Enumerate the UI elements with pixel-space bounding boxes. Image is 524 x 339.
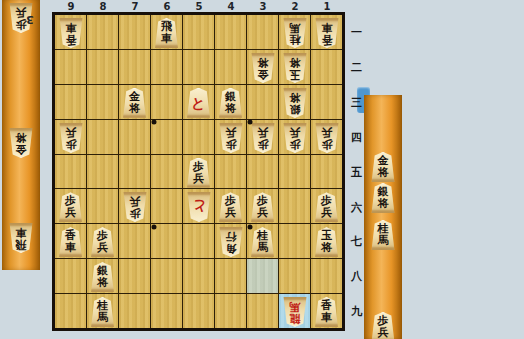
square-6三[interactable] <box>151 85 182 119</box>
piece-gote-歩兵[interactable]: 歩兵 <box>58 123 84 153</box>
square-3三[interactable] <box>247 85 278 119</box>
square-1七[interactable]: 玉将 <box>311 224 342 258</box>
square-9七[interactable]: 香車 <box>55 224 86 258</box>
square-3九[interactable] <box>247 294 278 328</box>
square-5二[interactable] <box>183 50 214 84</box>
square-5九[interactable] <box>183 294 214 328</box>
piece-sente-歩兵[interactable]: 歩兵 <box>90 227 116 257</box>
square-6八[interactable] <box>151 259 182 293</box>
square-6六[interactable] <box>151 189 182 223</box>
square-4二[interactable] <box>215 50 246 84</box>
square-2二[interactable]: 玉将 <box>279 50 310 84</box>
square-9三[interactable] <box>55 85 86 119</box>
piece-gote-と[interactable]: と <box>186 192 212 222</box>
square-7五[interactable] <box>119 155 150 189</box>
square-4三[interactable]: 銀将 <box>215 85 246 119</box>
sente-captured-stand: 金将銀将桂馬歩兵 <box>364 95 402 339</box>
rank-label-七: 七 <box>351 234 362 249</box>
square-7四[interactable] <box>119 120 150 154</box>
square-1八[interactable] <box>311 259 342 293</box>
star-point <box>247 224 252 229</box>
square-5三[interactable]: と <box>183 85 214 119</box>
star-point <box>151 224 156 229</box>
piece-sente-歩兵[interactable]: 歩兵 <box>58 192 84 222</box>
piece-sente-歩兵[interactable]: 歩兵 <box>218 192 244 222</box>
file-label-9: 9 <box>68 1 75 12</box>
square-4六[interactable]: 歩兵 <box>215 189 246 223</box>
square-7八[interactable] <box>119 259 150 293</box>
piece-sente-歩兵[interactable]: 歩兵 <box>370 312 396 339</box>
square-3八[interactable] <box>247 259 278 293</box>
rank-label-八: 八 <box>351 269 362 284</box>
square-4四[interactable]: 歩兵 <box>215 120 246 154</box>
square-6五[interactable] <box>151 155 182 189</box>
square-8八[interactable]: 銀将 <box>87 259 118 293</box>
piece-gote-角行[interactable]: 角行 <box>218 227 244 257</box>
square-4五[interactable] <box>215 155 246 189</box>
square-5六[interactable]: と <box>183 189 214 223</box>
piece-sente-銀将[interactable]: 銀将 <box>90 262 116 292</box>
square-2八[interactable] <box>279 259 310 293</box>
square-8二[interactable] <box>87 50 118 84</box>
piece-sente-玉将[interactable]: 玉将 <box>314 227 340 257</box>
square-9九[interactable] <box>55 294 86 328</box>
square-2三[interactable]: 銀将 <box>279 85 310 119</box>
piece-sente-金将[interactable]: 金将 <box>122 88 148 118</box>
square-2六[interactable] <box>279 189 310 223</box>
rank-label-一: 一 <box>351 25 362 40</box>
piece-gote-歩兵[interactable]: 歩兵 <box>282 123 308 153</box>
piece-sente-と[interactable]: と <box>186 88 212 118</box>
square-7三[interactable]: 金将 <box>119 85 150 119</box>
piece-gote-金将[interactable]: 金将 <box>250 53 276 83</box>
piece-sente-歩兵[interactable]: 歩兵 <box>186 158 212 188</box>
square-3一[interactable] <box>247 15 278 49</box>
square-2九[interactable]: 龍馬 <box>279 294 310 328</box>
square-8六[interactable] <box>87 189 118 223</box>
star-point <box>151 120 156 125</box>
square-6一[interactable]: 飛車 <box>151 15 182 49</box>
piece-gote-金将[interactable]: 金将 <box>8 128 34 158</box>
square-6七[interactable] <box>151 224 182 258</box>
square-7一[interactable] <box>119 15 150 49</box>
square-1二[interactable] <box>311 50 342 84</box>
square-9八[interactable] <box>55 259 86 293</box>
gote-captured-stand: 歩兵3金将飛車 <box>2 0 40 270</box>
file-label-8: 8 <box>100 1 107 12</box>
piece-gote-香車[interactable]: 香車 <box>314 18 340 48</box>
square-1六[interactable]: 歩兵 <box>311 189 342 223</box>
rank-label-六: 六 <box>351 199 362 214</box>
square-7七[interactable] <box>119 224 150 258</box>
square-4九[interactable] <box>215 294 246 328</box>
hand-count: 3 <box>26 13 34 26</box>
piece-sente-香車[interactable]: 香車 <box>314 297 340 327</box>
file-label-7: 7 <box>132 1 139 12</box>
file-label-4: 4 <box>228 1 235 12</box>
square-9六[interactable]: 歩兵 <box>55 189 86 223</box>
square-5四[interactable] <box>183 120 214 154</box>
board-grid: 香車飛車桂馬香車金将玉将金将と銀将銀将歩兵歩兵歩兵歩兵歩兵歩兵歩兵歩兵と歩兵歩兵… <box>55 15 342 328</box>
rank-label-四: 四 <box>351 129 362 144</box>
file-label-2: 2 <box>292 1 299 12</box>
square-3五[interactable] <box>247 155 278 189</box>
square-5一[interactable] <box>183 15 214 49</box>
piece-gote-歩兵[interactable]: 歩兵 <box>122 192 148 222</box>
piece-gote-歩兵[interactable]: 歩兵 <box>218 123 244 153</box>
rank-label-二: 二 <box>351 59 362 74</box>
square-6二[interactable] <box>151 50 182 84</box>
piece-sente-歩兵[interactable]: 歩兵 <box>250 192 276 222</box>
square-1五[interactable] <box>311 155 342 189</box>
piece-sente-金将[interactable]: 金将 <box>370 152 396 182</box>
square-1九[interactable]: 香車 <box>311 294 342 328</box>
square-2四[interactable]: 歩兵 <box>279 120 310 154</box>
square-9一[interactable]: 香車 <box>55 15 86 49</box>
file-label-1: 1 <box>324 1 331 12</box>
square-4七[interactable]: 角行 <box>215 224 246 258</box>
square-3二[interactable]: 金将 <box>247 50 278 84</box>
star-point <box>247 120 252 125</box>
piece-sente-歩兵[interactable]: 歩兵 <box>314 192 340 222</box>
square-5五[interactable]: 歩兵 <box>183 155 214 189</box>
square-3四[interactable]: 歩兵 <box>247 120 278 154</box>
piece-gote-龍馬[interactable]: 龍馬 <box>282 297 308 327</box>
square-6九[interactable] <box>151 294 182 328</box>
square-8七[interactable]: 歩兵 <box>87 224 118 258</box>
square-6四[interactable] <box>151 120 182 154</box>
square-7六[interactable]: 歩兵 <box>119 189 150 223</box>
square-3六[interactable]: 歩兵 <box>247 189 278 223</box>
piece-gote-玉将[interactable]: 玉将 <box>282 53 308 83</box>
square-9二[interactable] <box>55 50 86 84</box>
piece-gote-香車[interactable]: 香車 <box>58 18 84 48</box>
piece-sente-桂馬[interactable]: 桂馬 <box>250 227 276 257</box>
shogi-board: 香車飛車桂馬香車金将玉将金将と銀将銀将歩兵歩兵歩兵歩兵歩兵歩兵歩兵歩兵と歩兵歩兵… <box>52 12 345 331</box>
square-1一[interactable]: 香車 <box>311 15 342 49</box>
piece-sente-香車[interactable]: 香車 <box>58 227 84 257</box>
square-5八[interactable] <box>183 259 214 293</box>
piece-sente-銀将[interactable]: 銀将 <box>218 88 244 118</box>
rank-label-五: 五 <box>351 164 362 179</box>
piece-gote-飛車[interactable]: 飛車 <box>8 223 34 253</box>
square-2一[interactable]: 桂馬 <box>279 15 310 49</box>
square-3七[interactable]: 桂馬 <box>247 224 278 258</box>
rank-label-九: 九 <box>351 304 362 319</box>
square-8四[interactable] <box>87 120 118 154</box>
square-7九[interactable] <box>119 294 150 328</box>
file-label-3: 3 <box>260 1 267 12</box>
piece-sente-桂馬[interactable]: 桂馬 <box>90 297 116 327</box>
piece-gote-銀将[interactable]: 銀将 <box>282 88 308 118</box>
piece-sente-銀将[interactable]: 銀将 <box>370 183 396 213</box>
piece-gote-歩兵[interactable]: 歩兵 <box>314 123 340 153</box>
square-9四[interactable]: 歩兵 <box>55 120 86 154</box>
square-5七[interactable] <box>183 224 214 258</box>
piece-gote-桂馬[interactable]: 桂馬 <box>282 18 308 48</box>
square-8五[interactable] <box>87 155 118 189</box>
square-8九[interactable]: 桂馬 <box>87 294 118 328</box>
piece-gote-歩兵[interactable]: 歩兵 <box>250 123 276 153</box>
square-2五[interactable] <box>279 155 310 189</box>
piece-sente-桂馬[interactable]: 桂馬 <box>370 220 396 250</box>
file-label-5: 5 <box>196 1 203 12</box>
square-9五[interactable] <box>55 155 86 189</box>
square-4八[interactable] <box>215 259 246 293</box>
square-7二[interactable] <box>119 50 150 84</box>
square-4一[interactable] <box>215 15 246 49</box>
square-8三[interactable] <box>87 85 118 119</box>
square-8一[interactable] <box>87 15 118 49</box>
square-1三[interactable] <box>311 85 342 119</box>
square-1四[interactable]: 歩兵 <box>311 120 342 154</box>
piece-sente-飛車[interactable]: 飛車 <box>154 18 180 48</box>
file-label-6: 6 <box>164 1 171 12</box>
rank-label-三: 三 <box>351 94 362 109</box>
square-2七[interactable] <box>279 224 310 258</box>
